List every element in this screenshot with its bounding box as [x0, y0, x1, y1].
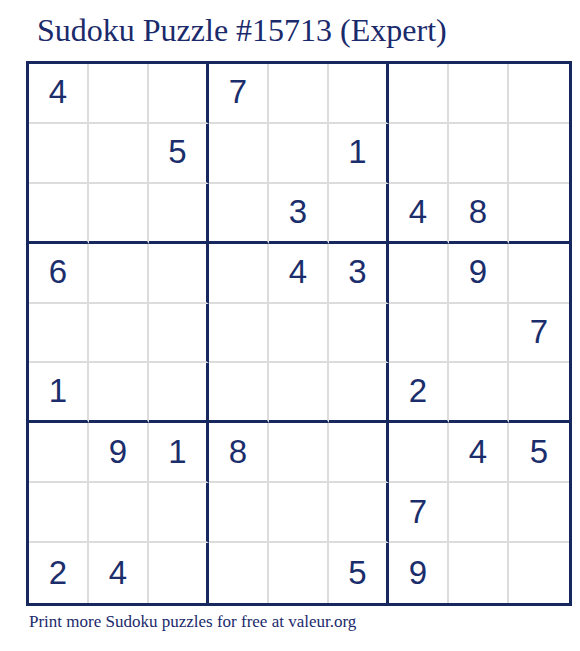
sudoku-cell-r6c2 [89, 363, 149, 423]
sudoku-cell-r7c9: 5 [509, 423, 569, 483]
sudoku-cell-r8c7: 7 [389, 483, 449, 543]
sudoku-cell-r9c4 [209, 543, 269, 603]
puzzle-title: Sudoku Puzzle #15713 (Expert) [37, 12, 447, 49]
sudoku-cell-r8c1 [29, 483, 89, 543]
sudoku-cell-r2c6: 1 [329, 124, 389, 184]
sudoku-cell-r7c1 [29, 423, 89, 483]
sudoku-cell-r7c6 [329, 423, 389, 483]
sudoku-cell-r3c1 [29, 184, 89, 244]
given-digit: 4 [49, 75, 67, 108]
sudoku-cell-r1c5 [269, 64, 329, 124]
sudoku-cell-r9c1: 2 [29, 543, 89, 603]
sudoku-cell-r6c1: 1 [29, 363, 89, 423]
sudoku-cell-r6c3 [149, 363, 209, 423]
sudoku-cell-r5c4 [209, 304, 269, 364]
given-digit: 6 [49, 255, 67, 288]
sudoku-cell-r4c5: 4 [269, 244, 329, 304]
sudoku-cell-r9c2: 4 [89, 543, 149, 603]
sudoku-cell-r5c3 [149, 304, 209, 364]
given-digit: 3 [289, 195, 307, 228]
sudoku-cell-r4c1: 6 [29, 244, 89, 304]
sudoku-cell-r3c9 [509, 184, 569, 244]
given-digit: 7 [229, 75, 247, 108]
sudoku-cell-r1c8 [449, 64, 509, 124]
sudoku-cell-r9c3 [149, 543, 209, 603]
footer-note: Print more Sudoku puzzles for free at va… [29, 612, 356, 632]
sudoku-cell-r5c2 [89, 304, 149, 364]
sudoku-cell-r1c9 [509, 64, 569, 124]
sudoku-cell-r2c8 [449, 124, 509, 184]
given-digit: 4 [289, 255, 307, 288]
sudoku-cell-r8c2 [89, 483, 149, 543]
sudoku-cell-r7c2: 9 [89, 423, 149, 483]
sudoku-cell-r5c6 [329, 304, 389, 364]
sudoku-cell-r4c9 [509, 244, 569, 304]
given-digit: 4 [469, 435, 487, 468]
sudoku-cell-r8c5 [269, 483, 329, 543]
sudoku-cell-r3c4 [209, 184, 269, 244]
given-digit: 2 [409, 374, 427, 407]
sudoku-cell-r3c6 [329, 184, 389, 244]
sudoku-cell-r1c3 [149, 64, 209, 124]
sudoku-cell-r8c6 [329, 483, 389, 543]
given-digit: 3 [348, 255, 366, 288]
sudoku-cell-r1c1: 4 [29, 64, 89, 124]
sudoku-cell-r8c3 [149, 483, 209, 543]
sudoku-cell-r8c8 [449, 483, 509, 543]
sudoku-cell-r6c8 [449, 363, 509, 423]
given-digit: 9 [409, 556, 427, 589]
sudoku-cell-r6c4 [209, 363, 269, 423]
sudoku-cell-r3c5: 3 [269, 184, 329, 244]
sudoku-page: Sudoku Puzzle #15713 (Expert) 4751348643… [0, 0, 580, 651]
sudoku-board: 475134864397129184572459 [26, 61, 572, 606]
sudoku-cell-r6c6 [329, 363, 389, 423]
sudoku-cell-r2c4 [209, 124, 269, 184]
sudoku-cell-r6c5 [269, 363, 329, 423]
sudoku-cell-r4c6: 3 [329, 244, 389, 304]
sudoku-cell-r4c7 [389, 244, 449, 304]
given-digit: 1 [348, 135, 366, 168]
given-digit: 9 [469, 255, 487, 288]
sudoku-cell-r9c5 [269, 543, 329, 603]
given-digit: 4 [409, 195, 427, 228]
sudoku-cell-r2c3: 5 [149, 124, 209, 184]
sudoku-cell-r4c3 [149, 244, 209, 304]
sudoku-cell-r2c2 [89, 124, 149, 184]
given-digit: 5 [168, 135, 186, 168]
sudoku-cell-r6c9 [509, 363, 569, 423]
sudoku-cell-r7c5 [269, 423, 329, 483]
given-digit: 1 [49, 374, 67, 407]
sudoku-cell-r7c4: 8 [209, 423, 269, 483]
given-digit: 5 [348, 556, 366, 589]
sudoku-cell-r1c6 [329, 64, 389, 124]
sudoku-cell-r5c1 [29, 304, 89, 364]
sudoku-cell-r9c8 [449, 543, 509, 603]
given-digit: 9 [109, 435, 127, 468]
sudoku-cell-r9c9 [509, 543, 569, 603]
sudoku-cell-r5c5 [269, 304, 329, 364]
sudoku-cell-r8c4 [209, 483, 269, 543]
sudoku-cell-r2c1 [29, 124, 89, 184]
sudoku-cell-r7c3: 1 [149, 423, 209, 483]
given-digit: 7 [409, 495, 427, 528]
given-digit: 5 [530, 435, 548, 468]
sudoku-cell-r4c4 [209, 244, 269, 304]
sudoku-cell-r3c3 [149, 184, 209, 244]
given-digit: 2 [49, 556, 67, 589]
sudoku-cell-r7c8: 4 [449, 423, 509, 483]
sudoku-cell-r5c7 [389, 304, 449, 364]
given-digit: 4 [109, 556, 127, 589]
sudoku-cell-r8c9 [509, 483, 569, 543]
sudoku-cell-r7c7 [389, 423, 449, 483]
sudoku-cell-r3c2 [89, 184, 149, 244]
sudoku-cell-r9c6: 5 [329, 543, 389, 603]
sudoku-cell-r2c5 [269, 124, 329, 184]
sudoku-cell-r3c8: 8 [449, 184, 509, 244]
given-digit: 8 [469, 195, 487, 228]
sudoku-cell-r4c2 [89, 244, 149, 304]
given-digit: 8 [229, 435, 247, 468]
given-digit: 1 [168, 435, 186, 468]
sudoku-cell-r2c9 [509, 124, 569, 184]
sudoku-cell-r9c7: 9 [389, 543, 449, 603]
given-digit: 7 [530, 315, 548, 348]
sudoku-cell-r1c4: 7 [209, 64, 269, 124]
sudoku-cell-r4c8: 9 [449, 244, 509, 304]
sudoku-cell-r2c7 [389, 124, 449, 184]
sudoku-cell-r1c7 [389, 64, 449, 124]
sudoku-cell-r1c2 [89, 64, 149, 124]
sudoku-cell-r5c9: 7 [509, 304, 569, 364]
sudoku-cell-r3c7: 4 [389, 184, 449, 244]
sudoku-cell-r5c8 [449, 304, 509, 364]
sudoku-cell-r6c7: 2 [389, 363, 449, 423]
